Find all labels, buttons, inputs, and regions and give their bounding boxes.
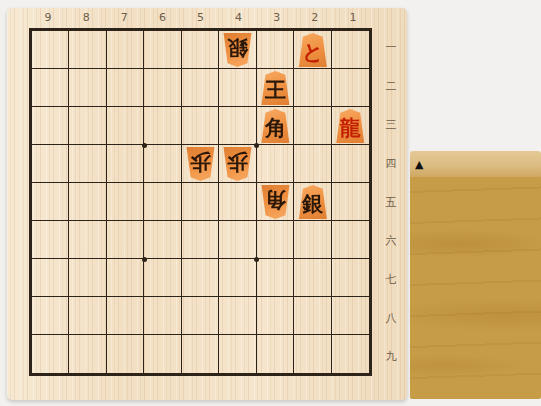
piece-glyph: 銀 [227, 37, 248, 63]
board-cell-4-7[interactable] [219, 259, 256, 297]
rank-label-8: 八 [379, 299, 403, 338]
board-cell-1-6[interactable] [332, 221, 369, 259]
file-label-6: 6 [143, 9, 181, 27]
board-cell-9-1[interactable] [32, 31, 69, 69]
rank-labels: 一二三四五六七八九 [379, 28, 403, 376]
shogi-app: 987654321 一二三四五六七八九 銀と王角龍歩歩角銀 ▲ [0, 0, 541, 406]
board-cell-2-9[interactable] [294, 335, 331, 373]
board-cell-3-7[interactable] [257, 259, 294, 297]
board-cell-2-2[interactable] [294, 69, 331, 107]
star-point [254, 143, 259, 148]
piece-glyph: 角 [265, 113, 286, 139]
board-cell-3-6[interactable] [257, 221, 294, 259]
board-cell-9-9[interactable] [32, 335, 69, 373]
board-cell-8-7[interactable] [69, 259, 106, 297]
board-cell-7-8[interactable] [107, 297, 144, 335]
file-label-2: 2 [296, 9, 334, 27]
file-label-7: 7 [105, 9, 143, 27]
board-cell-7-5[interactable] [107, 183, 144, 221]
board-cell-8-1[interactable] [69, 31, 106, 69]
file-label-5: 5 [181, 9, 219, 27]
board-cell-3-9[interactable] [257, 335, 294, 373]
file-label-1: 1 [334, 9, 372, 27]
star-point [142, 257, 147, 262]
board-cell-7-7[interactable] [107, 259, 144, 297]
board-cell-6-1[interactable] [144, 31, 181, 69]
board-cell-8-5[interactable] [69, 183, 106, 221]
board-cell-6-9[interactable] [144, 335, 181, 373]
board-cell-9-2[interactable] [32, 69, 69, 107]
board-cell-2-4[interactable] [294, 145, 331, 183]
shogi-board-panel: 987654321 一二三四五六七八九 銀と王角龍歩歩角銀 [7, 8, 407, 400]
board-cell-1-2[interactable] [332, 69, 369, 107]
board-cell-8-2[interactable] [69, 69, 106, 107]
board-cell-5-2[interactable] [182, 69, 219, 107]
board-cell-7-4[interactable] [107, 145, 144, 183]
piece-glyph: と [302, 37, 324, 63]
board-grid: 銀と王角龍歩歩角銀 [29, 28, 372, 376]
board-cell-8-4[interactable] [69, 145, 106, 183]
board-cell-6-4[interactable] [144, 145, 181, 183]
board-cell-4-5[interactable] [219, 183, 256, 221]
board-cell-9-5[interactable] [32, 183, 69, 221]
board-cell-3-1[interactable] [257, 31, 294, 69]
board-cell-6-5[interactable] [144, 183, 181, 221]
board-cell-6-3[interactable] [144, 107, 181, 145]
board-cell-1-8[interactable] [332, 297, 369, 335]
board-cell-1-1[interactable] [332, 31, 369, 69]
komadai-sente: ▲ [410, 151, 541, 399]
board-cell-4-8[interactable] [219, 297, 256, 335]
board-cell-9-8[interactable] [32, 297, 69, 335]
board-cell-4-6[interactable] [219, 221, 256, 259]
board-cell-6-2[interactable] [144, 69, 181, 107]
board-cell-5-8[interactable] [182, 297, 219, 335]
star-point [142, 143, 147, 148]
board-cell-4-3[interactable] [219, 107, 256, 145]
rank-label-5: 五 [379, 183, 403, 222]
board-cell-2-8[interactable] [294, 297, 331, 335]
komadai-surface[interactable] [410, 177, 541, 399]
board-cell-2-7[interactable] [294, 259, 331, 297]
board-cell-4-2[interactable] [219, 69, 256, 107]
file-label-4: 4 [220, 9, 258, 27]
file-labels: 987654321 [29, 9, 372, 27]
piece-glyph: 歩 [190, 151, 211, 177]
board-cell-7-3[interactable] [107, 107, 144, 145]
board-cell-6-7[interactable] [144, 259, 181, 297]
board-cell-8-9[interactable] [69, 335, 106, 373]
board-cell-5-7[interactable] [182, 259, 219, 297]
piece-glyph: 銀 [302, 189, 323, 215]
board-cell-1-4[interactable] [332, 145, 369, 183]
board-cell-5-9[interactable] [182, 335, 219, 373]
piece-glyph: 角 [265, 189, 286, 215]
file-label-8: 8 [67, 9, 105, 27]
rank-label-9: 九 [379, 337, 403, 376]
board-cell-8-6[interactable] [69, 221, 106, 259]
board-cell-1-9[interactable] [332, 335, 369, 373]
rank-label-6: 六 [379, 221, 403, 260]
board-cell-9-4[interactable] [32, 145, 69, 183]
board-cell-9-7[interactable] [32, 259, 69, 297]
rank-label-7: 七 [379, 260, 403, 299]
file-label-9: 9 [29, 9, 67, 27]
star-point [254, 257, 259, 262]
board-cell-4-9[interactable] [219, 335, 256, 373]
board-cell-7-9[interactable] [107, 335, 144, 373]
piece-glyph: 歩 [227, 151, 248, 177]
board-cell-2-3[interactable] [294, 107, 331, 145]
board-cell-3-4[interactable] [257, 145, 294, 183]
board-cell-7-6[interactable] [107, 221, 144, 259]
board-cell-7-2[interactable] [107, 69, 144, 107]
board-cell-1-7[interactable] [332, 259, 369, 297]
board-cell-6-6[interactable] [144, 221, 181, 259]
komadai-top-edge: ▲ [410, 151, 541, 177]
rank-label-2: 二 [379, 67, 403, 106]
file-label-3: 3 [258, 9, 296, 27]
board-cell-8-3[interactable] [69, 107, 106, 145]
board-cell-9-3[interactable] [32, 107, 69, 145]
piece-glyph: 王 [265, 75, 286, 101]
board-cell-5-3[interactable] [182, 107, 219, 145]
board-cell-5-1[interactable] [182, 31, 219, 69]
board-cell-7-1[interactable] [107, 31, 144, 69]
sente-marker-icon: ▲ [415, 159, 423, 170]
board-cell-3-8[interactable] [257, 297, 294, 335]
rank-label-3: 三 [379, 105, 403, 144]
rank-label-4: 四 [379, 144, 403, 183]
board-cell-5-5[interactable] [182, 183, 219, 221]
piece-glyph: 龍 [340, 113, 361, 139]
board-cell-6-8[interactable] [144, 297, 181, 335]
board-cell-8-8[interactable] [69, 297, 106, 335]
board-cell-9-6[interactable] [32, 221, 69, 259]
board-cell-5-6[interactable] [182, 221, 219, 259]
rank-label-1: 一 [379, 28, 403, 67]
board-cell-1-5[interactable] [332, 183, 369, 221]
board-cell-2-6[interactable] [294, 221, 331, 259]
